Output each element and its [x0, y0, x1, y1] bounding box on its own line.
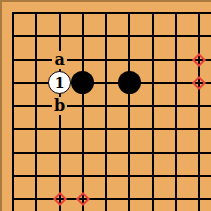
grid-line-horizontal	[12, 198, 211, 200]
point-label-b: b	[52, 97, 67, 115]
board-edge-top	[0, 0, 211, 2]
diamond-marker	[53, 192, 67, 206]
grid-line-vertical	[12, 12, 14, 211]
grid-line-horizontal	[12, 175, 211, 177]
grid-line-horizontal	[12, 12, 211, 14]
grid-line-horizontal	[12, 152, 211, 154]
grid-line-horizontal	[12, 35, 211, 37]
grid-line-horizontal	[12, 82, 211, 84]
grid-line-vertical	[105, 12, 107, 211]
grid-line-vertical	[198, 12, 200, 211]
black-stone	[71, 71, 94, 94]
grid-line-vertical	[128, 12, 130, 211]
stone-number: 1	[55, 76, 65, 90]
white-stone: 1	[48, 71, 71, 94]
grid-line-vertical	[175, 12, 177, 211]
black-stone	[118, 71, 141, 94]
grid-line-vertical	[35, 12, 37, 211]
diamond-marker	[192, 76, 206, 90]
grid-line-horizontal	[12, 105, 211, 107]
point-label-a: a	[52, 51, 67, 69]
go-board: ab1	[0, 0, 211, 211]
diamond-marker	[192, 53, 206, 67]
grid-line-horizontal	[12, 59, 211, 61]
grid-line-vertical	[152, 12, 154, 211]
board-edge-left	[0, 0, 2, 211]
grid-line-horizontal	[12, 128, 211, 130]
diamond-marker	[76, 192, 90, 206]
grid-line-vertical	[82, 12, 84, 211]
